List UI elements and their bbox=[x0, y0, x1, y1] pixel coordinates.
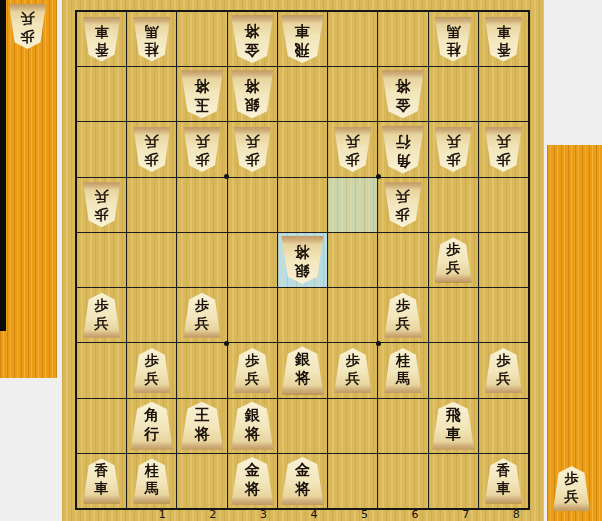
piece-kanji: 桂馬 bbox=[384, 348, 421, 393]
square-8三[interactable] bbox=[429, 343, 478, 397]
piece-kanji: 歩兵 bbox=[334, 348, 371, 393]
square-5八[interactable] bbox=[278, 67, 327, 121]
piece-pawn-sente[interactable]: 歩兵 bbox=[133, 127, 170, 172]
square-1九[interactable]: 香車 bbox=[77, 12, 126, 66]
square-3八[interactable]: 玉将 bbox=[177, 67, 226, 121]
square-1三[interactable] bbox=[77, 343, 126, 397]
gote-hand-stand bbox=[547, 145, 602, 521]
piece-pawn-sente[interactable]: 歩兵 bbox=[234, 127, 271, 172]
square-3四[interactable]: 歩兵 bbox=[177, 288, 226, 342]
square-6九[interactable] bbox=[328, 12, 377, 66]
piece-rook-sente[interactable]: 飛車 bbox=[281, 15, 323, 63]
square-1五[interactable] bbox=[77, 233, 126, 287]
piece-kanji: 角行 bbox=[382, 126, 424, 174]
square-6一[interactable] bbox=[328, 454, 377, 508]
square-1六[interactable]: 歩兵 bbox=[77, 178, 126, 232]
piece-gold-gote[interactable]: 金将 bbox=[231, 457, 273, 505]
piece-silver-gote[interactable]: 銀将 bbox=[281, 346, 323, 394]
square-5五[interactable]: 銀将 bbox=[278, 233, 327, 287]
piece-pawn-gote[interactable]: 歩兵 bbox=[184, 293, 221, 338]
piece-kanji: 桂馬 bbox=[133, 458, 170, 503]
square-5二[interactable] bbox=[278, 399, 327, 453]
square-1二[interactable] bbox=[77, 399, 126, 453]
square-3二[interactable]: 王将 bbox=[177, 399, 226, 453]
piece-silver-gote[interactable]: 銀将 bbox=[231, 402, 273, 450]
piece-pawn-sente[interactable]: 歩兵 bbox=[485, 127, 522, 172]
sente-hand-stand bbox=[0, 0, 57, 378]
piece-kanji: 香車 bbox=[485, 458, 522, 503]
square-1一[interactable]: 香車 bbox=[77, 454, 126, 508]
piece-pawn-sente[interactable]: 歩兵 bbox=[184, 127, 221, 172]
square-6七[interactable]: 歩兵 bbox=[328, 122, 377, 176]
square-3一[interactable] bbox=[177, 454, 226, 508]
square-3七[interactable]: 歩兵 bbox=[177, 122, 226, 176]
piece-kanji: 歩兵 bbox=[83, 293, 120, 338]
square-8七[interactable]: 歩兵 bbox=[429, 122, 478, 176]
piece-kanji: 香車 bbox=[83, 458, 120, 503]
square-4四[interactable] bbox=[228, 288, 277, 342]
square-9七[interactable]: 歩兵 bbox=[479, 122, 528, 176]
square-6四[interactable] bbox=[328, 288, 377, 342]
square-8九[interactable]: 桂馬 bbox=[429, 12, 478, 66]
square-6八[interactable] bbox=[328, 67, 377, 121]
hoshi-dot bbox=[376, 174, 381, 179]
piece-king-sente[interactable]: 玉将 bbox=[181, 70, 223, 118]
piece-rook-gote[interactable]: 飛車 bbox=[432, 402, 474, 450]
piece-pawn-gote[interactable]: 歩兵 bbox=[384, 293, 421, 338]
square-9三[interactable]: 歩兵 bbox=[479, 343, 528, 397]
square-2八[interactable] bbox=[127, 67, 176, 121]
square-4五[interactable] bbox=[228, 233, 277, 287]
square-7三[interactable]: 桂馬 bbox=[378, 343, 427, 397]
sente-hand-pieces: 歩兵 bbox=[9, 4, 46, 49]
piece-kanji: 金将 bbox=[231, 15, 273, 63]
square-8五[interactable]: 歩兵 bbox=[429, 233, 478, 287]
square-5九[interactable]: 飛車 bbox=[278, 12, 327, 66]
square-4三[interactable]: 歩兵 bbox=[228, 343, 277, 397]
square-6六[interactable] bbox=[328, 178, 377, 232]
piece-lance-gote[interactable]: 香車 bbox=[485, 458, 522, 503]
piece-kanji: 銀将 bbox=[231, 402, 273, 450]
piece-silver-sente[interactable]: 銀将 bbox=[281, 236, 323, 284]
piece-kanji: 歩兵 bbox=[435, 237, 472, 282]
square-6三[interactable]: 歩兵 bbox=[328, 343, 377, 397]
hoshi-dot bbox=[224, 341, 229, 346]
piece-pawn-sente[interactable]: 歩兵 bbox=[435, 127, 472, 172]
piece-kanji: 金将 bbox=[382, 70, 424, 118]
piece-pawn-gote[interactable]: 歩兵 bbox=[334, 348, 371, 393]
piece-lance-sente[interactable]: 香車 bbox=[83, 17, 120, 62]
piece-pawn-sente[interactable]: 歩兵 bbox=[334, 127, 371, 172]
piece-kanji: 金将 bbox=[231, 457, 273, 505]
square-3九[interactable] bbox=[177, 12, 226, 66]
square-7二[interactable] bbox=[378, 399, 427, 453]
piece-bishop-gote[interactable]: 角行 bbox=[131, 402, 173, 450]
square-8一[interactable] bbox=[429, 454, 478, 508]
piece-kanji: 桂馬 bbox=[435, 17, 472, 62]
piece-kanji: 歩兵 bbox=[184, 127, 221, 172]
piece-kanji: 歩兵 bbox=[485, 127, 522, 172]
square-4八[interactable]: 銀将 bbox=[228, 67, 277, 121]
piece-kanji: 歩兵 bbox=[9, 4, 46, 49]
gote-hand-pieces: 歩兵 bbox=[553, 466, 590, 511]
piece-kanji: 角行 bbox=[131, 402, 173, 450]
piece-kanji: 歩兵 bbox=[83, 182, 120, 227]
piece-kanji: 歩兵 bbox=[435, 127, 472, 172]
square-2四[interactable] bbox=[127, 288, 176, 342]
piece-silver-sente[interactable]: 銀将 bbox=[231, 70, 273, 118]
piece-pawn-gote[interactable]: 歩兵 bbox=[435, 237, 472, 282]
square-2一[interactable]: 桂馬 bbox=[127, 454, 176, 508]
piece-kanji: 桂馬 bbox=[133, 17, 170, 62]
square-5三[interactable]: 銀将 bbox=[278, 343, 327, 397]
piece-gold-gote[interactable]: 金将 bbox=[281, 457, 323, 505]
hoshi-dot bbox=[224, 174, 229, 179]
piece-kanji: 銀将 bbox=[281, 236, 323, 284]
square-5六[interactable] bbox=[278, 178, 327, 232]
square-5一[interactable]: 金将 bbox=[278, 454, 327, 508]
square-7九[interactable] bbox=[378, 12, 427, 66]
square-7七[interactable]: 角行 bbox=[378, 122, 427, 176]
piece-kanji: 歩兵 bbox=[384, 293, 421, 338]
piece-kanji: 歩兵 bbox=[384, 182, 421, 227]
square-2三[interactable]: 歩兵 bbox=[127, 343, 176, 397]
square-7五[interactable] bbox=[378, 233, 427, 287]
square-9六[interactable] bbox=[479, 178, 528, 232]
piece-pawn-sente[interactable]: 歩兵 bbox=[384, 182, 421, 227]
piece-kanji: 銀将 bbox=[231, 70, 273, 118]
piece-kanji: 歩兵 bbox=[334, 127, 371, 172]
piece-kanji: 銀将 bbox=[281, 346, 323, 394]
square-9二[interactable] bbox=[479, 399, 528, 453]
piece-kanji: 歩兵 bbox=[485, 348, 522, 393]
square-2七[interactable]: 歩兵 bbox=[127, 122, 176, 176]
square-4九[interactable]: 金将 bbox=[228, 12, 277, 66]
square-4七[interactable]: 歩兵 bbox=[228, 122, 277, 176]
piece-bishop-sente[interactable]: 角行 bbox=[382, 126, 424, 174]
square-2五[interactable] bbox=[127, 233, 176, 287]
piece-pawn-gote[interactable]: 歩兵 bbox=[485, 348, 522, 393]
square-9五[interactable] bbox=[479, 233, 528, 287]
hoshi-dot bbox=[376, 341, 381, 346]
square-9一[interactable]: 香車 bbox=[479, 454, 528, 508]
square-8四[interactable] bbox=[429, 288, 478, 342]
window-edge bbox=[0, 0, 6, 331]
piece-kanji: 歩兵 bbox=[133, 348, 170, 393]
square-3五[interactable] bbox=[177, 233, 226, 287]
square-9九[interactable]: 香車 bbox=[479, 12, 528, 66]
square-8六[interactable] bbox=[429, 178, 478, 232]
square-1七[interactable] bbox=[77, 122, 126, 176]
square-2九[interactable]: 桂馬 bbox=[127, 12, 176, 66]
square-7六[interactable]: 歩兵 bbox=[378, 178, 427, 232]
board-grid: 香車桂馬金将飛車桂馬香車玉将銀将金将歩兵歩兵歩兵歩兵角行歩兵歩兵歩兵歩兵銀将歩兵… bbox=[75, 10, 530, 510]
square-7四[interactable]: 歩兵 bbox=[378, 288, 427, 342]
piece-kanji: 歩兵 bbox=[184, 293, 221, 338]
piece-pawn-sente[interactable]: 歩兵 bbox=[9, 4, 46, 49]
square-5四[interactable] bbox=[278, 288, 327, 342]
piece-kanji: 金将 bbox=[281, 457, 323, 505]
piece-kanji: 王将 bbox=[181, 402, 223, 450]
piece-knight-gote[interactable]: 桂馬 bbox=[133, 458, 170, 503]
piece-kanji: 歩兵 bbox=[553, 466, 590, 511]
piece-pawn-gote[interactable]: 歩兵 bbox=[133, 348, 170, 393]
piece-kanji: 香車 bbox=[83, 17, 120, 62]
square-3三[interactable] bbox=[177, 343, 226, 397]
piece-kanji: 歩兵 bbox=[234, 127, 271, 172]
square-9八[interactable] bbox=[479, 67, 528, 121]
square-6五[interactable] bbox=[328, 233, 377, 287]
piece-knight-sente[interactable]: 桂馬 bbox=[435, 17, 472, 62]
piece-kanji: 香車 bbox=[485, 17, 522, 62]
square-4六[interactable] bbox=[228, 178, 277, 232]
square-2六[interactable] bbox=[127, 178, 176, 232]
piece-lance-gote[interactable]: 香車 bbox=[83, 458, 120, 503]
piece-pawn-sente[interactable]: 歩兵 bbox=[83, 182, 120, 227]
square-8八[interactable] bbox=[429, 67, 478, 121]
piece-kanji: 飛車 bbox=[281, 15, 323, 63]
piece-kanji: 玉将 bbox=[181, 70, 223, 118]
square-5七[interactable] bbox=[278, 122, 327, 176]
square-6二[interactable] bbox=[328, 399, 377, 453]
piece-pawn-gote[interactable]: 歩兵 bbox=[83, 293, 120, 338]
square-1八[interactable] bbox=[77, 67, 126, 121]
square-2二[interactable]: 角行 bbox=[127, 399, 176, 453]
piece-knight-gote[interactable]: 桂馬 bbox=[384, 348, 421, 393]
square-8二[interactable]: 飛車 bbox=[429, 399, 478, 453]
square-4二[interactable]: 銀将 bbox=[228, 399, 277, 453]
square-4一[interactable]: 金将 bbox=[228, 454, 277, 508]
piece-pawn-gote[interactable]: 歩兵 bbox=[553, 466, 590, 511]
piece-king-gote[interactable]: 王将 bbox=[181, 402, 223, 450]
piece-kanji: 飛車 bbox=[432, 402, 474, 450]
square-7八[interactable]: 金将 bbox=[378, 67, 427, 121]
square-9四[interactable] bbox=[479, 288, 528, 342]
shogi-app: 九八七六五四三二一 123456789 香車桂馬金将飛車桂馬香車玉将銀将金将歩兵… bbox=[0, 0, 602, 521]
square-3六[interactable] bbox=[177, 178, 226, 232]
piece-pawn-gote[interactable]: 歩兵 bbox=[234, 348, 271, 393]
piece-lance-sente[interactable]: 香車 bbox=[485, 17, 522, 62]
square-7一[interactable] bbox=[378, 454, 427, 508]
piece-kanji: 歩兵 bbox=[133, 127, 170, 172]
piece-gold-sente[interactable]: 金将 bbox=[382, 70, 424, 118]
piece-knight-sente[interactable]: 桂馬 bbox=[133, 17, 170, 62]
piece-kanji: 歩兵 bbox=[234, 348, 271, 393]
square-1四[interactable]: 歩兵 bbox=[77, 288, 126, 342]
piece-gold-sente[interactable]: 金将 bbox=[231, 15, 273, 63]
